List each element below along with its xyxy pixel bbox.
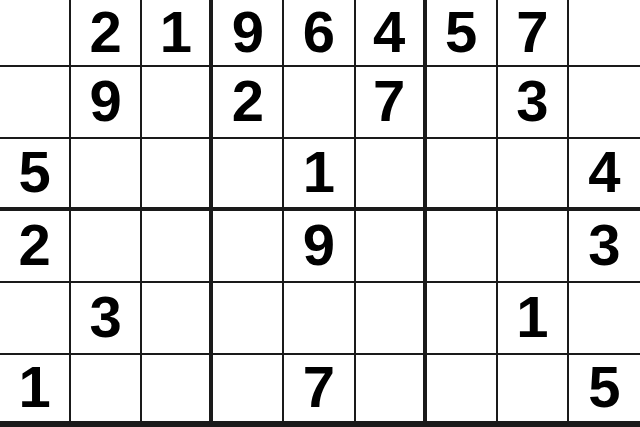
cell-r6c7-empty[interactable] (427, 355, 498, 427)
cell-r3c8-empty[interactable] (498, 139, 569, 211)
given-digit: 5 (588, 358, 620, 416)
cell-r5c7-empty[interactable] (427, 283, 498, 355)
cell-r3c2-empty[interactable] (71, 139, 142, 211)
cell-r5c4-empty[interactable] (213, 283, 284, 355)
given-digit: 3 (90, 288, 122, 346)
cell-r5c1-empty[interactable] (0, 283, 71, 355)
cell-r6c4-empty[interactable] (213, 355, 284, 427)
given-digit: 1 (516, 288, 548, 346)
given-digit: 5 (445, 3, 477, 61)
cell-r2c4-given: 2 (213, 67, 284, 139)
cell-r3c3-empty[interactable] (142, 139, 213, 211)
given-digit: 7 (373, 72, 405, 130)
cell-r1c5-given: 6 (284, 0, 355, 67)
cell-r5c3-empty[interactable] (142, 283, 213, 355)
cell-r6c5-given: 7 (284, 355, 355, 427)
given-digit: 6 (303, 3, 335, 61)
cell-r1c7-given: 5 (427, 0, 498, 67)
cell-r2c8-given: 3 (498, 67, 569, 139)
cell-r1c6-given: 4 (356, 0, 427, 67)
given-digit: 9 (232, 3, 264, 61)
cell-r4c5-given: 9 (284, 211, 355, 283)
cell-r4c9-given: 3 (569, 211, 640, 283)
cell-r2c9-empty[interactable] (569, 67, 640, 139)
cell-r2c7-empty[interactable] (427, 67, 498, 139)
given-digit: 2 (18, 216, 50, 274)
given-digit: 7 (516, 3, 548, 61)
given-digit: 1 (18, 358, 50, 416)
sudoku-board: 2196457927351429331175 (0, 0, 640, 427)
cell-r6c1-given: 1 (0, 355, 71, 427)
cell-r1c9-empty[interactable] (569, 0, 640, 67)
given-digit: 7 (303, 358, 335, 416)
given-digit: 2 (232, 72, 264, 130)
cell-r1c1-empty[interactable] (0, 0, 71, 67)
given-digit: 4 (373, 3, 405, 61)
given-digit: 9 (303, 216, 335, 274)
cell-r4c1-given: 2 (0, 211, 71, 283)
cell-r3c7-empty[interactable] (427, 139, 498, 211)
cell-r5c2-given: 3 (71, 283, 142, 355)
cell-r6c6-empty[interactable] (356, 355, 427, 427)
cell-r3c5-given: 1 (284, 139, 355, 211)
cell-r3c6-empty[interactable] (356, 139, 427, 211)
cell-r6c8-empty[interactable] (498, 355, 569, 427)
sudoku-image: 2196457927351429331175 (0, 0, 640, 427)
cell-r1c2-given: 2 (71, 0, 142, 67)
cell-r3c4-empty[interactable] (213, 139, 284, 211)
given-digit: 1 (303, 143, 335, 201)
cell-r3c1-given: 5 (0, 139, 71, 211)
cell-r4c3-empty[interactable] (142, 211, 213, 283)
given-digit: 9 (90, 72, 122, 130)
cell-r2c1-empty[interactable] (0, 67, 71, 139)
given-digit: 5 (18, 143, 50, 201)
cell-r3c9-given: 4 (569, 139, 640, 211)
given-digit: 3 (588, 216, 620, 274)
cell-r6c9-given: 5 (569, 355, 640, 427)
cell-r5c6-empty[interactable] (356, 283, 427, 355)
cell-r1c8-given: 7 (498, 0, 569, 67)
cell-r4c8-empty[interactable] (498, 211, 569, 283)
cell-r2c2-given: 9 (71, 67, 142, 139)
cell-r5c5-empty[interactable] (284, 283, 355, 355)
given-digit: 2 (90, 3, 122, 61)
cell-r1c3-given: 1 (142, 0, 213, 67)
given-digit: 1 (160, 3, 192, 61)
cell-r5c8-given: 1 (498, 283, 569, 355)
cell-r4c2-empty[interactable] (71, 211, 142, 283)
cell-r6c2-empty[interactable] (71, 355, 142, 427)
cell-r1c4-given: 9 (213, 0, 284, 67)
cell-r6c3-empty[interactable] (142, 355, 213, 427)
cell-r2c6-given: 7 (356, 67, 427, 139)
cell-r2c3-empty[interactable] (142, 67, 213, 139)
cell-r4c6-empty[interactable] (356, 211, 427, 283)
given-digit: 4 (588, 143, 620, 201)
cell-r4c7-empty[interactable] (427, 211, 498, 283)
given-digit: 3 (516, 72, 548, 130)
cell-r5c9-empty[interactable] (569, 283, 640, 355)
cell-r2c5-empty[interactable] (284, 67, 355, 139)
cell-r4c4-empty[interactable] (213, 211, 284, 283)
